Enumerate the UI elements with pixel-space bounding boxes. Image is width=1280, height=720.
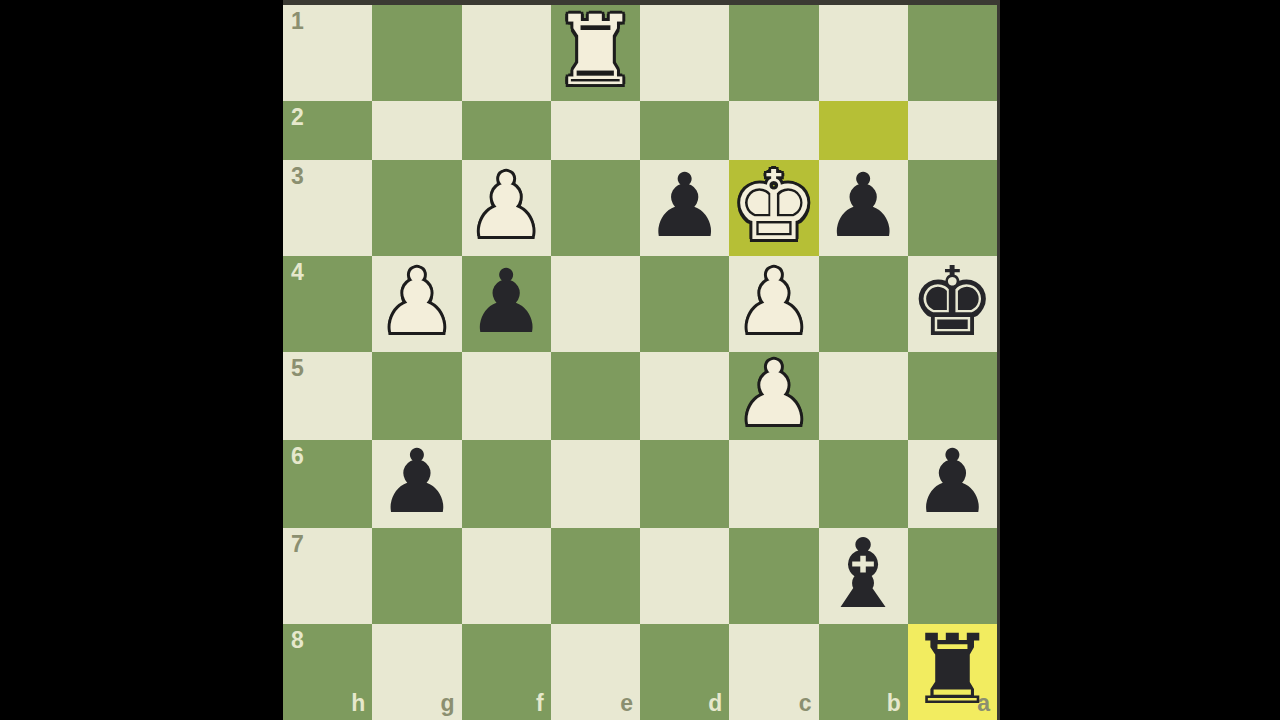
square-d5[interactable]: [640, 352, 729, 440]
file-label-g: g: [440, 692, 454, 715]
square-d1[interactable]: [640, 5, 729, 101]
rank-label-6: 6: [291, 445, 304, 468]
square-c5[interactable]: ♟: [729, 352, 818, 440]
square-g8[interactable]: g: [372, 624, 461, 720]
square-a6[interactable]: ♟: [908, 440, 997, 528]
square-d7[interactable]: [640, 528, 729, 624]
piece-black-pawn[interactable]: ♟: [377, 438, 456, 526]
square-a5[interactable]: [908, 352, 997, 440]
square-h1[interactable]: 1: [283, 5, 372, 101]
square-g3[interactable]: [372, 160, 461, 256]
square-h3[interactable]: 3: [283, 160, 372, 256]
square-b3[interactable]: ♟: [819, 160, 908, 256]
video-frame: 1♜23♟♟♚♟4♟♟♟♚5♟6♟♟7♝8hgfedcba♜: [0, 0, 1280, 720]
square-b8[interactable]: b: [819, 624, 908, 720]
square-e6[interactable]: [551, 440, 640, 528]
rank-label-2: 2: [291, 106, 304, 129]
square-a7[interactable]: [908, 528, 997, 624]
square-c4[interactable]: ♟: [729, 256, 818, 352]
square-g5[interactable]: [372, 352, 461, 440]
square-f1[interactable]: [462, 5, 551, 101]
square-e4[interactable]: [551, 256, 640, 352]
file-label-h: h: [351, 692, 365, 715]
square-a4[interactable]: ♚: [908, 256, 997, 352]
square-c1[interactable]: [729, 5, 818, 101]
rank-label-1: 1: [291, 10, 304, 33]
square-d8[interactable]: d: [640, 624, 729, 720]
square-a2[interactable]: [908, 101, 997, 160]
square-h7[interactable]: 7: [283, 528, 372, 624]
square-h2[interactable]: 2: [283, 101, 372, 160]
piece-white-pawn[interactable]: ♟: [734, 258, 813, 346]
square-b5[interactable]: [819, 352, 908, 440]
square-g4[interactable]: ♟: [372, 256, 461, 352]
square-b7[interactable]: ♝: [819, 528, 908, 624]
square-b1[interactable]: [819, 5, 908, 101]
square-a8[interactable]: a♜: [908, 624, 997, 720]
square-d4[interactable]: [640, 256, 729, 352]
square-c6[interactable]: [729, 440, 818, 528]
square-g6[interactable]: ♟: [372, 440, 461, 528]
square-e2[interactable]: [551, 101, 640, 160]
square-d3[interactable]: ♟: [640, 160, 729, 256]
square-d2[interactable]: [640, 101, 729, 160]
square-f8[interactable]: f: [462, 624, 551, 720]
piece-black-pawn[interactable]: ♟: [913, 438, 992, 526]
file-label-f: f: [536, 692, 544, 715]
piece-black-pawn[interactable]: ♟: [467, 258, 546, 346]
square-b4[interactable]: [819, 256, 908, 352]
square-f4[interactable]: ♟: [462, 256, 551, 352]
square-g7[interactable]: [372, 528, 461, 624]
rank-label-3: 3: [291, 165, 304, 188]
square-f3[interactable]: ♟: [462, 160, 551, 256]
square-e3[interactable]: [551, 160, 640, 256]
letterbox-left: [0, 0, 283, 720]
square-d6[interactable]: [640, 440, 729, 528]
piece-black-pawn[interactable]: ♟: [824, 162, 903, 250]
square-h4[interactable]: 4: [283, 256, 372, 352]
square-e1[interactable]: ♜: [551, 5, 640, 101]
square-c7[interactable]: [729, 528, 818, 624]
rank-label-4: 4: [291, 261, 304, 284]
square-h6[interactable]: 6: [283, 440, 372, 528]
square-f2[interactable]: [462, 101, 551, 160]
square-e8[interactable]: e: [551, 624, 640, 720]
square-f5[interactable]: [462, 352, 551, 440]
square-g2[interactable]: [372, 101, 461, 160]
file-label-c: c: [799, 692, 812, 715]
file-label-d: d: [708, 692, 722, 715]
rank-label-7: 7: [291, 533, 304, 556]
chess-board: 1♜23♟♟♚♟4♟♟♟♚5♟6♟♟7♝8hgfedcba♜: [283, 5, 997, 720]
square-a3[interactable]: [908, 160, 997, 256]
square-f7[interactable]: [462, 528, 551, 624]
piece-white-rook[interactable]: ♜: [552, 3, 638, 99]
square-c3[interactable]: ♚: [729, 160, 818, 256]
square-g1[interactable]: [372, 5, 461, 101]
piece-black-pawn[interactable]: ♟: [645, 162, 724, 250]
piece-black-rook[interactable]: ♜: [909, 622, 995, 718]
piece-white-pawn[interactable]: ♟: [377, 258, 456, 346]
square-a1[interactable]: [908, 5, 997, 101]
square-e5[interactable]: [551, 352, 640, 440]
square-h5[interactable]: 5: [283, 352, 372, 440]
piece-white-pawn[interactable]: ♟: [734, 350, 813, 438]
rank-label-5: 5: [291, 357, 304, 380]
piece-black-bishop[interactable]: ♝: [820, 526, 906, 622]
piece-white-pawn[interactable]: ♟: [467, 162, 546, 250]
file-label-e: e: [620, 692, 633, 715]
square-c8[interactable]: c: [729, 624, 818, 720]
square-f6[interactable]: [462, 440, 551, 528]
file-label-b: b: [887, 692, 901, 715]
letterbox-right: [1000, 0, 1280, 720]
rank-label-8: 8: [291, 629, 304, 652]
square-b6[interactable]: [819, 440, 908, 528]
board-frame: 1♜23♟♟♚♟4♟♟♟♚5♟6♟♟7♝8hgfedcba♜: [283, 0, 1000, 720]
piece-white-king[interactable]: ♚: [731, 158, 817, 254]
square-e7[interactable]: [551, 528, 640, 624]
piece-black-king[interactable]: ♚: [909, 254, 995, 350]
square-h8[interactable]: 8h: [283, 624, 372, 720]
square-b2[interactable]: [819, 101, 908, 160]
